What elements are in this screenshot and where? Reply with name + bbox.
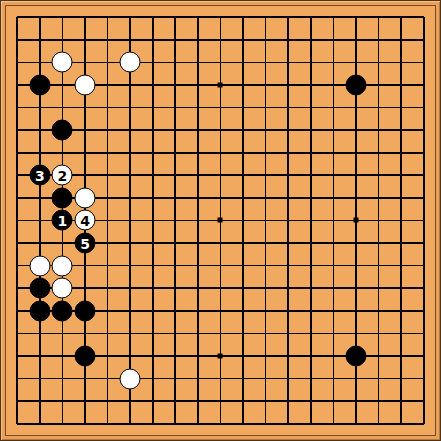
- intersection: [254, 6, 277, 29]
- intersection: [187, 300, 210, 323]
- intersection: [322, 141, 345, 164]
- intersection: [254, 209, 277, 232]
- intersection: [345, 187, 368, 210]
- intersection: [6, 51, 29, 74]
- intersection: [209, 412, 232, 435]
- intersection: [141, 300, 164, 323]
- intersection: [6, 187, 29, 210]
- intersection: [29, 254, 52, 277]
- intersection: [164, 119, 187, 142]
- intersection: [277, 119, 300, 142]
- intersection: [232, 187, 255, 210]
- intersection: [390, 74, 413, 97]
- intersection: [209, 6, 232, 29]
- intersection: [390, 300, 413, 323]
- intersection: [187, 74, 210, 97]
- intersection: [96, 232, 119, 255]
- intersection: [367, 141, 390, 164]
- intersection: [6, 412, 29, 435]
- intersection: 1: [51, 209, 74, 232]
- intersection: [412, 96, 435, 119]
- intersection: [367, 254, 390, 277]
- intersection: [29, 232, 52, 255]
- move-number: 4: [80, 213, 90, 227]
- intersection: [29, 345, 52, 368]
- black-stone: [29, 300, 50, 321]
- intersection: [345, 164, 368, 187]
- intersection: [232, 412, 255, 435]
- intersection: [164, 51, 187, 74]
- intersection: [345, 29, 368, 52]
- intersection: [209, 345, 232, 368]
- intersection: [277, 345, 300, 368]
- intersection: [209, 119, 232, 142]
- intersection: [390, 412, 413, 435]
- intersection: [119, 6, 142, 29]
- intersection: [412, 164, 435, 187]
- intersection: [29, 277, 52, 300]
- intersection: [6, 300, 29, 323]
- intersection: [187, 412, 210, 435]
- intersection: [412, 209, 435, 232]
- intersection: [96, 51, 119, 74]
- intersection: [367, 74, 390, 97]
- intersection: [74, 74, 97, 97]
- intersection: [96, 300, 119, 323]
- intersection: [345, 119, 368, 142]
- intersection: [322, 187, 345, 210]
- white-stone: [52, 255, 73, 276]
- intersection: [412, 277, 435, 300]
- go-board-frame: 32145: [0, 0, 441, 441]
- intersection: [209, 187, 232, 210]
- intersection: [300, 254, 323, 277]
- intersection: [367, 209, 390, 232]
- intersection: [300, 367, 323, 390]
- black-stone: [345, 75, 366, 96]
- intersection: [141, 74, 164, 97]
- intersection: [164, 232, 187, 255]
- intersection: [187, 322, 210, 345]
- intersection: [74, 322, 97, 345]
- intersection: [277, 141, 300, 164]
- intersection: [96, 141, 119, 164]
- intersection: [164, 345, 187, 368]
- intersection: [96, 6, 119, 29]
- intersection: [96, 390, 119, 413]
- intersection: [209, 74, 232, 97]
- intersection: [141, 254, 164, 277]
- intersection: [164, 412, 187, 435]
- intersection: [300, 119, 323, 142]
- intersection: [187, 187, 210, 210]
- intersection: [6, 345, 29, 368]
- intersection: [164, 322, 187, 345]
- intersection: [390, 119, 413, 142]
- intersection: [51, 74, 74, 97]
- intersection: [51, 390, 74, 413]
- intersection: [390, 367, 413, 390]
- intersection: [277, 277, 300, 300]
- intersection: [277, 412, 300, 435]
- intersection: [300, 232, 323, 255]
- intersection: [209, 322, 232, 345]
- intersection: [300, 29, 323, 52]
- intersection: [51, 367, 74, 390]
- intersection: [51, 345, 74, 368]
- intersection: [390, 345, 413, 368]
- intersection: [141, 412, 164, 435]
- intersection: 2: [51, 164, 74, 187]
- intersection: [412, 74, 435, 97]
- intersection: [119, 322, 142, 345]
- move-number: 3: [35, 168, 45, 182]
- intersection: [74, 29, 97, 52]
- intersection: [390, 29, 413, 52]
- intersection: [119, 367, 142, 390]
- intersection: [119, 187, 142, 210]
- intersection: [232, 300, 255, 323]
- intersection: [187, 277, 210, 300]
- intersection: [187, 232, 210, 255]
- intersection: [187, 390, 210, 413]
- intersection: [300, 345, 323, 368]
- intersection: [6, 322, 29, 345]
- intersection: [254, 277, 277, 300]
- intersection: [345, 141, 368, 164]
- intersection: [209, 51, 232, 74]
- intersection: [187, 51, 210, 74]
- intersection: [345, 6, 368, 29]
- intersection: [51, 277, 74, 300]
- intersection: [29, 322, 52, 345]
- intersection: [300, 277, 323, 300]
- intersection: [300, 209, 323, 232]
- intersection: [119, 412, 142, 435]
- intersection: [209, 141, 232, 164]
- intersection: [209, 300, 232, 323]
- intersection: [74, 96, 97, 119]
- star-point: [218, 218, 223, 223]
- intersection: [51, 322, 74, 345]
- intersection: [187, 141, 210, 164]
- white-stone: [75, 75, 96, 96]
- move-number: 1: [58, 213, 68, 227]
- intersection: [300, 6, 323, 29]
- star-point: [218, 83, 223, 88]
- intersection: [51, 29, 74, 52]
- intersection: [164, 277, 187, 300]
- intersection: [29, 187, 52, 210]
- intersection: [6, 96, 29, 119]
- intersection: [29, 29, 52, 52]
- star-point: [218, 353, 223, 358]
- intersection: [187, 209, 210, 232]
- intersection: [29, 74, 52, 97]
- intersection: [322, 232, 345, 255]
- intersection: [390, 254, 413, 277]
- black-stone: 5: [75, 233, 96, 254]
- intersection: [390, 164, 413, 187]
- intersection: [141, 6, 164, 29]
- intersection: [6, 164, 29, 187]
- intersection: [300, 322, 323, 345]
- intersection: [322, 345, 345, 368]
- intersection: [141, 367, 164, 390]
- intersection: [232, 254, 255, 277]
- white-stone: 2: [52, 165, 73, 186]
- intersection: [119, 300, 142, 323]
- intersection: [345, 367, 368, 390]
- black-stone: [52, 120, 73, 141]
- intersection: [141, 164, 164, 187]
- intersection: [300, 412, 323, 435]
- intersection: [141, 232, 164, 255]
- intersection: [322, 6, 345, 29]
- intersection: [119, 141, 142, 164]
- intersection: [164, 300, 187, 323]
- intersection: [367, 367, 390, 390]
- intersection: [96, 209, 119, 232]
- intersection: [367, 164, 390, 187]
- intersection: [209, 390, 232, 413]
- intersection: [322, 119, 345, 142]
- intersection: [367, 412, 390, 435]
- intersection: [6, 367, 29, 390]
- intersection: [254, 29, 277, 52]
- intersection: [6, 277, 29, 300]
- intersection: [164, 187, 187, 210]
- intersection: [300, 74, 323, 97]
- intersection: [96, 277, 119, 300]
- intersection: 3: [29, 164, 52, 187]
- intersection: [254, 254, 277, 277]
- intersection: [6, 232, 29, 255]
- intersection: [277, 254, 300, 277]
- intersection: [345, 51, 368, 74]
- intersection: [367, 322, 390, 345]
- intersection: [390, 277, 413, 300]
- intersection: 4: [74, 209, 97, 232]
- intersection: [6, 209, 29, 232]
- intersection: [51, 300, 74, 323]
- go-board: 32145: [5, 5, 436, 436]
- intersection: [254, 232, 277, 255]
- intersection: [232, 119, 255, 142]
- intersection: [345, 345, 368, 368]
- intersection: [141, 51, 164, 74]
- intersection: [6, 74, 29, 97]
- intersection: [119, 390, 142, 413]
- intersection: [96, 29, 119, 52]
- intersection: [141, 119, 164, 142]
- intersection: [232, 29, 255, 52]
- intersection: [29, 119, 52, 142]
- intersection: [300, 141, 323, 164]
- intersection: [74, 164, 97, 187]
- black-stone: [75, 300, 96, 321]
- intersection: [277, 164, 300, 187]
- intersection: [96, 345, 119, 368]
- intersection: [119, 119, 142, 142]
- intersection: [141, 141, 164, 164]
- intersection: [277, 6, 300, 29]
- intersection: [254, 367, 277, 390]
- intersection: [232, 51, 255, 74]
- intersection: [367, 277, 390, 300]
- intersection: [322, 51, 345, 74]
- intersection: [232, 277, 255, 300]
- intersection: [119, 277, 142, 300]
- intersection: [232, 209, 255, 232]
- intersection: [6, 141, 29, 164]
- intersection: [141, 187, 164, 210]
- intersection: [367, 345, 390, 368]
- intersection: [232, 232, 255, 255]
- white-stone: [120, 52, 141, 73]
- intersection: [300, 164, 323, 187]
- star-point: [353, 218, 358, 223]
- white-stone: [75, 187, 96, 208]
- intersection: [74, 412, 97, 435]
- intersection: [322, 164, 345, 187]
- white-stone: [52, 278, 73, 299]
- intersection: [390, 187, 413, 210]
- intersection: [232, 390, 255, 413]
- intersection: [209, 29, 232, 52]
- intersection: [254, 187, 277, 210]
- intersection: [412, 367, 435, 390]
- intersection: [74, 187, 97, 210]
- intersection: [51, 51, 74, 74]
- intersection: [164, 164, 187, 187]
- intersection: [187, 96, 210, 119]
- intersection: [209, 367, 232, 390]
- intersection: [119, 209, 142, 232]
- intersection: [367, 300, 390, 323]
- black-stone: [75, 345, 96, 366]
- intersection: [51, 254, 74, 277]
- intersection: [367, 6, 390, 29]
- intersection: [254, 141, 277, 164]
- intersection: [345, 209, 368, 232]
- intersection: [232, 164, 255, 187]
- intersection: [345, 412, 368, 435]
- intersection: [29, 390, 52, 413]
- intersection: [367, 119, 390, 142]
- intersection: [412, 141, 435, 164]
- intersection: [96, 74, 119, 97]
- white-stone: [120, 368, 141, 389]
- intersection: [412, 300, 435, 323]
- intersection: [367, 96, 390, 119]
- intersection: [29, 6, 52, 29]
- intersection: [96, 187, 119, 210]
- intersection: [209, 232, 232, 255]
- intersection: [51, 96, 74, 119]
- intersection: [74, 390, 97, 413]
- intersection: [164, 390, 187, 413]
- black-stone: 1: [52, 210, 73, 231]
- intersection: [322, 74, 345, 97]
- intersection: [74, 119, 97, 142]
- intersection: [141, 345, 164, 368]
- intersection: [254, 51, 277, 74]
- intersection: [29, 412, 52, 435]
- intersection: [232, 141, 255, 164]
- intersection: [277, 367, 300, 390]
- intersection: [345, 232, 368, 255]
- intersection: [51, 232, 74, 255]
- intersection: [74, 345, 97, 368]
- intersection: [390, 96, 413, 119]
- intersection: [412, 322, 435, 345]
- intersection: [254, 390, 277, 413]
- intersection: [322, 277, 345, 300]
- intersection: [141, 390, 164, 413]
- intersection: [412, 187, 435, 210]
- intersection: [390, 322, 413, 345]
- intersection: [254, 119, 277, 142]
- intersection: [74, 254, 97, 277]
- intersection: [119, 164, 142, 187]
- intersection: [187, 367, 210, 390]
- intersection: [277, 74, 300, 97]
- intersection: [164, 6, 187, 29]
- intersection: [119, 345, 142, 368]
- intersection: [119, 254, 142, 277]
- intersection: [119, 51, 142, 74]
- white-stone: 4: [75, 210, 96, 231]
- intersection: [322, 322, 345, 345]
- intersection: [74, 51, 97, 74]
- intersection: [367, 187, 390, 210]
- intersection: [345, 300, 368, 323]
- intersection: [6, 29, 29, 52]
- intersection: [74, 6, 97, 29]
- black-stone: [52, 187, 73, 208]
- intersection: [390, 6, 413, 29]
- intersection: [322, 390, 345, 413]
- intersection: [367, 232, 390, 255]
- intersection: [209, 96, 232, 119]
- intersection: [277, 300, 300, 323]
- intersection: [164, 29, 187, 52]
- intersection: [141, 96, 164, 119]
- intersection: [390, 390, 413, 413]
- intersection: [254, 74, 277, 97]
- intersection: [74, 141, 97, 164]
- intersection: [29, 96, 52, 119]
- intersection: [51, 141, 74, 164]
- intersection: [322, 29, 345, 52]
- move-number: 5: [80, 236, 90, 250]
- intersection: [345, 390, 368, 413]
- intersection: [96, 96, 119, 119]
- intersection: [322, 254, 345, 277]
- intersection: [164, 367, 187, 390]
- intersection: [322, 96, 345, 119]
- intersection: [367, 51, 390, 74]
- intersection: [412, 254, 435, 277]
- intersection: [96, 254, 119, 277]
- intersection: [119, 96, 142, 119]
- intersection: [254, 164, 277, 187]
- intersection: [187, 345, 210, 368]
- intersection: [164, 74, 187, 97]
- intersection: [412, 119, 435, 142]
- intersection: [412, 390, 435, 413]
